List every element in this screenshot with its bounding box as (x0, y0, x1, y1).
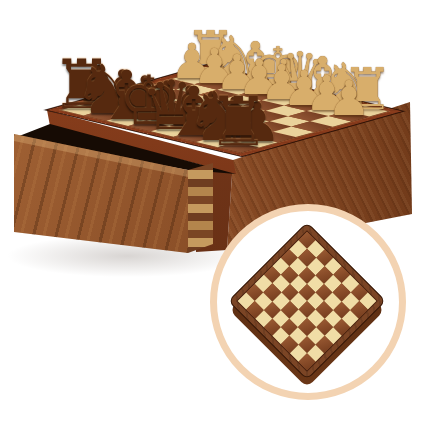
closed-chess-box (229, 223, 385, 379)
product-photo: ♜♞♝♛♚♝♞♜♟♟♟♟♟♟♟♟♟♟♟♟♟♟♟♟♜♞♝♛♚♝♞♜ (0, 0, 425, 425)
inset-detail-circle (210, 204, 406, 400)
inset-board-grid (238, 232, 377, 371)
